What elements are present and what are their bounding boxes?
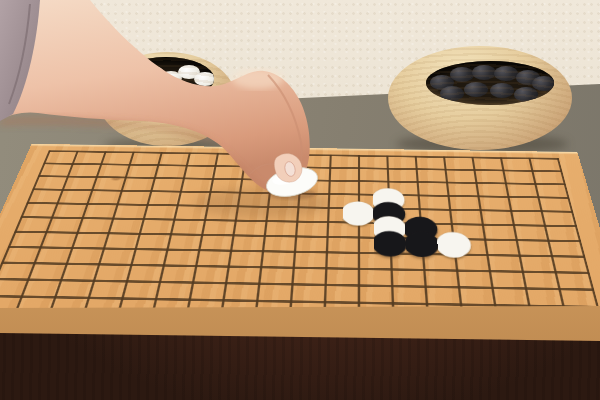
- photo-frame: ●●●●●●●●: [0, 0, 600, 400]
- arm-and-hand: [0, 0, 600, 400]
